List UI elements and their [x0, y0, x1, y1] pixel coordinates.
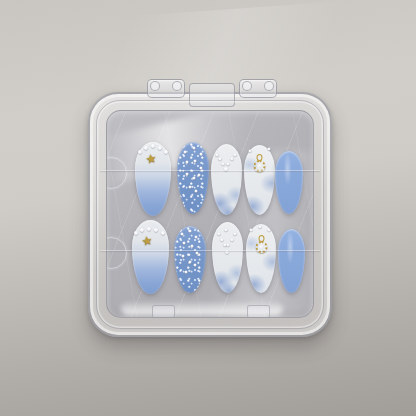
pearl-stud [218, 157, 221, 160]
pearl-stud [140, 228, 144, 232]
pearl-stud [222, 162, 225, 165]
pearl-stud [161, 231, 165, 235]
pearl-stud [230, 157, 233, 160]
nail-bottom-2 [174, 226, 206, 293]
pearl-stud [151, 144, 155, 148]
pearl-stud [227, 162, 230, 165]
pearl-stud [216, 153, 219, 156]
pearl-stud [181, 255, 184, 258]
nail-bottom-1: ★ [132, 220, 169, 294]
pearl-stud [189, 230, 192, 233]
pearl-stud [147, 227, 151, 231]
pearl-stud [230, 238, 233, 241]
pearl-stud [184, 151, 187, 154]
pearl-stud [164, 150, 168, 154]
hinge-pin-icon [172, 81, 182, 91]
pearl-stud [258, 226, 261, 229]
nail-bottom-3 [212, 222, 243, 293]
pearl-stud [233, 233, 236, 236]
nail-top-3 [211, 144, 242, 215]
pearl-stud [227, 244, 230, 247]
adhesive-film-seam [100, 170, 320, 171]
pearl-stud [144, 146, 148, 150]
charm-beaded-ring [255, 241, 267, 253]
pearl-stud [180, 233, 183, 236]
pearl-stud [249, 229, 252, 232]
pearl-stud [192, 177, 195, 180]
hinge-pin-icon [242, 81, 252, 91]
pearl-stud [138, 150, 142, 154]
gold-pendant-charm-icon [255, 235, 268, 255]
nail-bottom-5 [278, 229, 305, 293]
pearl-stud [199, 166, 202, 169]
pearl-stud [225, 228, 228, 231]
charm-pearl-center [259, 245, 263, 249]
nail-top-4 [244, 145, 275, 215]
pearl-stud [195, 235, 198, 238]
pearl-stud [223, 244, 226, 247]
pearl-stud [196, 251, 199, 254]
latch-right [247, 305, 270, 318]
pearl-stud [248, 149, 251, 152]
pearl-stud [154, 228, 158, 232]
pearl-stud [233, 153, 236, 156]
pearl-stud [194, 189, 197, 192]
gold-star-charm-icon: ★ [140, 234, 153, 248]
gold-star-charm-icon: ★ [144, 152, 157, 166]
nail-top-1: ★ [135, 142, 171, 216]
pearl-stud [188, 186, 191, 189]
adhesive-film-seam [100, 250, 320, 251]
pearl-stud [194, 263, 197, 266]
pearl-stud [188, 260, 191, 263]
nail-storage-case: ★★ [88, 92, 332, 337]
hinge-pin-icon [150, 81, 160, 91]
pearl-stud [190, 245, 193, 248]
pearl-stud [134, 231, 138, 235]
pearl-stud [185, 270, 188, 273]
nail-bottom-4 [246, 224, 276, 293]
pearl-stud [217, 233, 220, 236]
charm-pearl-center [258, 164, 262, 168]
nail-top-2 [177, 142, 209, 214]
nails-layer: ★★ [90, 94, 330, 335]
pearl-stud [220, 238, 223, 241]
pearl-stud [199, 153, 202, 156]
pearl-stud [186, 161, 189, 164]
pearl-stud [267, 148, 270, 151]
hinge-pin-icon [264, 81, 274, 91]
pearl-stud [158, 146, 162, 150]
pearl-stud [192, 147, 195, 150]
nail-top-5 [275, 151, 303, 214]
pearl-stud [197, 174, 200, 177]
pearl-stud [182, 242, 185, 245]
pearl-stud [267, 228, 270, 231]
pearl-stud [185, 173, 188, 176]
pearl-stud [193, 159, 196, 162]
latch-left [152, 305, 175, 318]
